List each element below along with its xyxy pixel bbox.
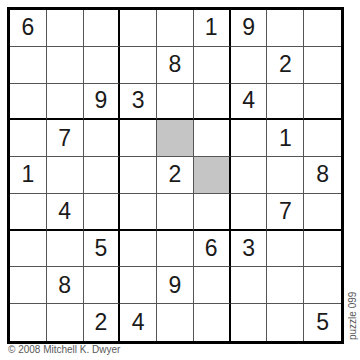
cell-r5c4[interactable]	[120, 157, 157, 194]
cell-r1c1[interactable]: 6	[10, 10, 47, 47]
cell-r6c2[interactable]: 4	[47, 194, 84, 231]
copyright-text: © 2008 Mitchell K. Dwyer	[8, 344, 120, 355]
cell-r5c7[interactable]	[231, 157, 268, 194]
cell-r8c7[interactable]	[231, 267, 268, 304]
cell-r6c5[interactable]	[157, 194, 194, 231]
cell-r1c9[interactable]	[304, 10, 341, 47]
cell-r2c5[interactable]: 8	[157, 47, 194, 84]
cell-r9c8[interactable]	[267, 304, 304, 341]
cell-r8c9[interactable]	[304, 267, 341, 304]
cell-r2c7[interactable]	[231, 47, 268, 84]
cell-r7c7[interactable]: 3	[231, 231, 268, 268]
cell-r6c3[interactable]	[84, 194, 121, 231]
cell-r3c1[interactable]	[10, 84, 47, 121]
cell-r9c6[interactable]	[194, 304, 231, 341]
cell-r7c4[interactable]	[120, 231, 157, 268]
cell-r2c9[interactable]	[304, 47, 341, 84]
cell-r1c5[interactable]	[157, 10, 194, 47]
cell-r6c7[interactable]	[231, 194, 268, 231]
cell-r3c9[interactable]	[304, 84, 341, 121]
cell-r3c2[interactable]	[47, 84, 84, 121]
cell-r4c4[interactable]	[120, 120, 157, 157]
cell-r8c6[interactable]	[194, 267, 231, 304]
cell-r2c3[interactable]	[84, 47, 121, 84]
cell-r9c1[interactable]	[10, 304, 47, 341]
cell-r7c1[interactable]	[10, 231, 47, 268]
cell-r7c5[interactable]	[157, 231, 194, 268]
cell-r4c6[interactable]	[194, 120, 231, 157]
cell-r3c6[interactable]	[194, 84, 231, 121]
cell-r4c9[interactable]	[304, 120, 341, 157]
cell-r9c7[interactable]	[231, 304, 268, 341]
cell-r5c8[interactable]	[267, 157, 304, 194]
cell-r8c4[interactable]	[120, 267, 157, 304]
cell-r1c3[interactable]	[84, 10, 121, 47]
cell-r5c2[interactable]	[47, 157, 84, 194]
cell-r2c2[interactable]	[47, 47, 84, 84]
cell-r1c8[interactable]	[267, 10, 304, 47]
cell-r2c1[interactable]	[10, 47, 47, 84]
cell-r4c5[interactable]	[157, 120, 194, 157]
cell-r2c8[interactable]: 2	[267, 47, 304, 84]
cell-r3c7[interactable]: 4	[231, 84, 268, 121]
cell-r1c4[interactable]	[120, 10, 157, 47]
cell-r4c8[interactable]: 1	[267, 120, 304, 157]
cell-r4c7[interactable]	[231, 120, 268, 157]
cell-r5c6[interactable]	[194, 157, 231, 194]
cell-r8c1[interactable]	[10, 267, 47, 304]
cell-r7c9[interactable]	[304, 231, 341, 268]
cell-r5c3[interactable]	[84, 157, 121, 194]
cell-r6c6[interactable]	[194, 194, 231, 231]
cell-r4c1[interactable]	[10, 120, 47, 157]
cell-r1c7[interactable]: 9	[231, 10, 268, 47]
cell-r1c6[interactable]: 1	[194, 10, 231, 47]
cell-r6c8[interactable]: 7	[267, 194, 304, 231]
cell-r6c4[interactable]	[120, 194, 157, 231]
cell-r9c2[interactable]	[47, 304, 84, 341]
cell-r7c8[interactable]	[267, 231, 304, 268]
cell-r9c3[interactable]: 2	[84, 304, 121, 341]
cell-r3c4[interactable]: 3	[120, 84, 157, 121]
cell-r3c3[interactable]: 9	[84, 84, 121, 121]
cell-r9c4[interactable]: 4	[120, 304, 157, 341]
cell-r5c9[interactable]: 8	[304, 157, 341, 194]
cell-r4c3[interactable]	[84, 120, 121, 157]
cell-r6c1[interactable]	[10, 194, 47, 231]
sudoku-board: 61982934711284756389245	[7, 7, 344, 344]
cell-r7c6[interactable]: 6	[194, 231, 231, 268]
cell-r8c5[interactable]: 9	[157, 267, 194, 304]
cell-r1c2[interactable]	[47, 10, 84, 47]
cell-r8c3[interactable]	[84, 267, 121, 304]
puzzle-number-label: puzzle 099	[347, 292, 358, 340]
cell-r3c8[interactable]	[267, 84, 304, 121]
cell-r9c5[interactable]	[157, 304, 194, 341]
cell-r2c4[interactable]	[120, 47, 157, 84]
cell-r7c2[interactable]	[47, 231, 84, 268]
cell-r8c8[interactable]	[267, 267, 304, 304]
cell-r5c1[interactable]: 1	[10, 157, 47, 194]
cell-r9c9[interactable]: 5	[304, 304, 341, 341]
cell-r8c2[interactable]: 8	[47, 267, 84, 304]
cell-r3c5[interactable]	[157, 84, 194, 121]
cell-r5c5[interactable]: 2	[157, 157, 194, 194]
cell-r2c6[interactable]	[194, 47, 231, 84]
cell-r4c2[interactable]: 7	[47, 120, 84, 157]
sudoku-page: 61982934711284756389245 © 2008 Mitchell …	[0, 0, 360, 360]
cell-r7c3[interactable]: 5	[84, 231, 121, 268]
cell-r6c9[interactable]	[304, 194, 341, 231]
